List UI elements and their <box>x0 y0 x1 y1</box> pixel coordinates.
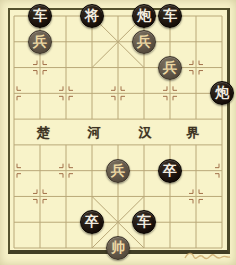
point-marker <box>17 174 21 178</box>
river-char-2: 河 <box>88 124 101 142</box>
river-char-1: 楚 <box>37 124 50 142</box>
point-marker <box>43 61 47 65</box>
point-marker <box>215 164 219 168</box>
point-marker <box>33 189 37 193</box>
point-marker <box>199 199 203 203</box>
point-marker <box>173 86 177 90</box>
point-marker <box>59 96 63 100</box>
point-marker <box>199 189 203 193</box>
piece-black-cannon-f6r1[interactable]: 炮 <box>132 4 156 28</box>
watermark <box>184 248 234 264</box>
point-marker <box>69 86 73 90</box>
point-marker <box>199 71 203 75</box>
point-marker <box>121 96 125 100</box>
point-marker <box>33 61 37 65</box>
point-marker <box>111 96 115 100</box>
point-marker <box>199 61 203 65</box>
point-marker <box>43 189 47 193</box>
river-char-4: 界 <box>187 124 200 142</box>
point-marker <box>189 199 193 203</box>
xiangqi-board: 楚河汉界 车将炮车兵兵兵炮兵卒卒车帅 <box>0 0 236 265</box>
piece-black-chariot-f7r1[interactable]: 车 <box>158 4 182 28</box>
piece-red-soldier-f5r7[interactable]: 兵 <box>106 159 130 183</box>
point-marker <box>215 174 219 178</box>
point-marker <box>163 86 167 90</box>
point-marker <box>17 164 21 168</box>
piece-black-general-f4r1[interactable]: 将 <box>80 4 104 28</box>
point-marker <box>43 71 47 75</box>
piece-red-general-f5r10[interactable]: 帅 <box>106 236 130 260</box>
point-marker <box>69 164 73 168</box>
point-marker <box>163 96 167 100</box>
point-marker <box>59 86 63 90</box>
point-marker <box>69 174 73 178</box>
point-marker <box>33 199 37 203</box>
point-marker <box>17 86 21 90</box>
point-marker <box>59 164 63 168</box>
piece-red-soldier-f7r3[interactable]: 兵 <box>158 56 182 80</box>
point-marker <box>173 96 177 100</box>
point-marker <box>189 61 193 65</box>
point-marker <box>43 199 47 203</box>
point-marker <box>33 71 37 75</box>
piece-red-soldier-f2r2[interactable]: 兵 <box>28 30 52 54</box>
point-marker <box>59 174 63 178</box>
point-marker <box>17 96 21 100</box>
point-marker <box>111 86 115 90</box>
piece-black-chariot-f2r1[interactable]: 车 <box>28 4 52 28</box>
piece-black-soldier-f7r7[interactable]: 卒 <box>158 159 182 183</box>
point-marker <box>189 71 193 75</box>
piece-red-soldier-f6r2[interactable]: 兵 <box>132 30 156 54</box>
river-char-3: 汉 <box>139 124 152 142</box>
point-marker <box>189 189 193 193</box>
point-marker <box>69 96 73 100</box>
watermark-scribble <box>185 253 230 258</box>
point-marker <box>121 86 125 90</box>
